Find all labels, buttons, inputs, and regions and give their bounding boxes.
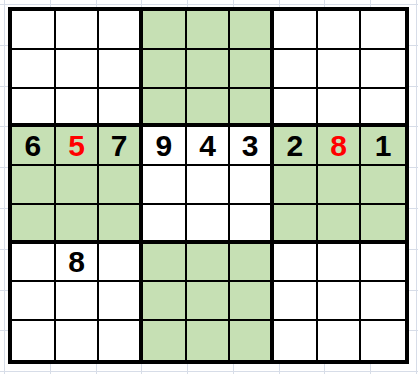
cell-r9c2[interactable] <box>56 321 100 360</box>
cell-r5c5[interactable] <box>187 166 231 205</box>
cell-r2c5[interactable] <box>187 50 231 89</box>
cell-r2c1[interactable] <box>12 50 56 89</box>
cell-r2c8[interactable] <box>318 50 362 89</box>
cell-r5c4[interactable] <box>143 166 187 205</box>
cell-r6c3[interactable] <box>99 205 143 244</box>
cell-r9c4[interactable] <box>143 321 187 360</box>
sheet-gridline-v <box>416 0 417 374</box>
cell-r5c9[interactable] <box>361 166 405 205</box>
cell-r8c7[interactable] <box>274 282 318 321</box>
cell-r4c6[interactable]: 3 <box>230 127 274 166</box>
cell-r4c8[interactable]: 8 <box>318 127 362 166</box>
cell-r6c5[interactable] <box>187 205 231 244</box>
cell-r3c3[interactable] <box>99 89 143 128</box>
cell-r6c4[interactable] <box>143 205 187 244</box>
spreadsheet-background: 6579432818 <box>0 0 418 374</box>
cell-r4c7[interactable]: 2 <box>274 127 318 166</box>
cell-r1c7[interactable] <box>274 11 318 50</box>
cell-r6c1[interactable] <box>12 205 56 244</box>
cell-r7c9[interactable] <box>361 244 405 283</box>
cell-r8c3[interactable] <box>99 282 143 321</box>
cell-r3c1[interactable] <box>12 89 56 128</box>
cell-r6c6[interactable] <box>230 205 274 244</box>
cell-r2c4[interactable] <box>143 50 187 89</box>
cell-r5c2[interactable] <box>56 166 100 205</box>
cell-r7c6[interactable] <box>230 244 274 283</box>
cell-r4c5[interactable]: 4 <box>187 127 231 166</box>
cell-r8c1[interactable] <box>12 282 56 321</box>
cell-r9c6[interactable] <box>230 321 274 360</box>
cell-r2c3[interactable] <box>99 50 143 89</box>
cell-r9c3[interactable] <box>99 321 143 360</box>
cell-r7c1[interactable] <box>12 244 56 283</box>
cell-r3c8[interactable] <box>318 89 362 128</box>
cell-r7c2[interactable]: 8 <box>56 244 100 283</box>
cell-r3c6[interactable] <box>230 89 274 128</box>
cell-r1c5[interactable] <box>187 11 231 50</box>
cell-r2c7[interactable] <box>274 50 318 89</box>
cell-r2c6[interactable] <box>230 50 274 89</box>
cell-r9c1[interactable] <box>12 321 56 360</box>
cell-r5c6[interactable] <box>230 166 274 205</box>
cell-r8c4[interactable] <box>143 282 187 321</box>
cell-r7c5[interactable] <box>187 244 231 283</box>
cell-r3c2[interactable] <box>56 89 100 128</box>
sheet-gridline-h <box>0 4 418 5</box>
cell-r3c4[interactable] <box>143 89 187 128</box>
cell-r1c8[interactable] <box>318 11 362 50</box>
cell-r4c4[interactable]: 9 <box>143 127 187 166</box>
cell-r7c8[interactable] <box>318 244 362 283</box>
cell-r8c6[interactable] <box>230 282 274 321</box>
sheet-gridline-h <box>0 371 418 372</box>
cell-r8c9[interactable] <box>361 282 405 321</box>
sudoku-board: 6579432818 <box>8 7 409 364</box>
cell-r6c9[interactable] <box>361 205 405 244</box>
cell-r7c4[interactable] <box>143 244 187 283</box>
cell-r4c2[interactable]: 5 <box>56 127 100 166</box>
cell-r1c4[interactable] <box>143 11 187 50</box>
cell-r6c8[interactable] <box>318 205 362 244</box>
cell-r9c7[interactable] <box>274 321 318 360</box>
cell-r3c5[interactable] <box>187 89 231 128</box>
cell-r3c7[interactable] <box>274 89 318 128</box>
cell-r2c2[interactable] <box>56 50 100 89</box>
cell-r5c7[interactable] <box>274 166 318 205</box>
cell-r8c8[interactable] <box>318 282 362 321</box>
cell-r5c1[interactable] <box>12 166 56 205</box>
cell-r4c1[interactable]: 6 <box>12 127 56 166</box>
cell-r7c7[interactable] <box>274 244 318 283</box>
cell-r2c9[interactable] <box>361 50 405 89</box>
sheet-gridline-v <box>4 0 5 374</box>
cell-r1c2[interactable] <box>56 11 100 50</box>
cell-r6c7[interactable] <box>274 205 318 244</box>
cell-r1c3[interactable] <box>99 11 143 50</box>
cell-r5c3[interactable] <box>99 166 143 205</box>
cell-r1c1[interactable] <box>12 11 56 50</box>
cell-r3c9[interactable] <box>361 89 405 128</box>
cell-r1c6[interactable] <box>230 11 274 50</box>
cell-r4c3[interactable]: 7 <box>99 127 143 166</box>
cell-r7c3[interactable] <box>99 244 143 283</box>
cell-r9c8[interactable] <box>318 321 362 360</box>
cell-r8c2[interactable] <box>56 282 100 321</box>
cell-r9c9[interactable] <box>361 321 405 360</box>
cell-r9c5[interactable] <box>187 321 231 360</box>
cell-r4c9[interactable]: 1 <box>361 127 405 166</box>
cell-r6c2[interactable] <box>56 205 100 244</box>
cell-r5c8[interactable] <box>318 166 362 205</box>
cell-r8c5[interactable] <box>187 282 231 321</box>
cell-r1c9[interactable] <box>361 11 405 50</box>
